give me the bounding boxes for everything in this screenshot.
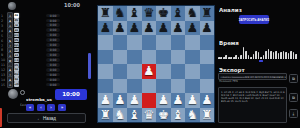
square-f3[interactable] (171, 79, 186, 94)
square-d1[interactable]: ♛ (142, 108, 157, 123)
piece-black-pawn: ♟ (114, 22, 125, 35)
nav-prev-button[interactable]: ‹ (37, 104, 45, 111)
piece-white-bishop: ♝ (129, 109, 140, 122)
piece-black-pawn: ♟ (143, 22, 154, 35)
square-c3[interactable] (127, 79, 142, 94)
move-list-scrollbar-thumb[interactable] (88, 53, 91, 79)
square-a6[interactable] (98, 35, 113, 50)
piece-white-rook: ♜ (100, 109, 111, 122)
time-bar (273, 52, 275, 59)
square-h6[interactable] (200, 35, 215, 50)
time-bar (228, 57, 230, 59)
time-bar (275, 51, 277, 59)
time-bar (240, 55, 242, 58)
square-g2[interactable]: ♟ (185, 93, 200, 108)
time-bar (255, 51, 257, 59)
prev-icon: ‹ (37, 104, 45, 111)
time-bar (295, 54, 297, 58)
square-e1[interactable]: ♚ (156, 108, 171, 123)
time-bar (270, 51, 272, 59)
time-bar (290, 51, 292, 59)
square-d3[interactable] (142, 79, 157, 94)
square-f8[interactable]: ♝ (171, 6, 186, 21)
piece-black-pawn: ♟ (172, 22, 183, 35)
piece-black-king: ♚ (158, 7, 169, 20)
opponent-avatar (8, 2, 16, 10)
square-c7[interactable]: ♟ (127, 21, 142, 36)
move-time-badge: 0:00 (46, 19, 60, 23)
next-icon: › (47, 104, 55, 111)
time-chart[interactable] (218, 44, 299, 62)
time-bar (293, 52, 295, 59)
square-f1[interactable]: ♝ (171, 108, 186, 123)
square-g3[interactable] (185, 79, 200, 94)
player-username[interactable]: stremba_us (26, 89, 58, 94)
pgn-copy-button[interactable]: ⧉ (289, 93, 298, 102)
time-section-title: Время (219, 35, 259, 41)
piece-black-pawn: ♟ (201, 22, 212, 35)
copy-icon: ⧉ (290, 75, 297, 82)
square-g8[interactable]: ♞ (185, 6, 200, 21)
move-list[interactable]: 1♙d40:002♟d50:003♙c40:004♟e60:005♘Nc30:0… (1, 13, 63, 87)
piece-black-pawn: ♟ (158, 22, 169, 35)
piece-white-pawn: ♟ (129, 94, 140, 107)
square-f5[interactable] (171, 50, 186, 65)
piece-white-queen: ♛ (143, 109, 154, 122)
piece-white-bishop: ♝ (172, 109, 183, 122)
time-bar (238, 57, 240, 59)
chess-board[interactable]: ♜♞♝♛♚♝♞♜♟♟♟♟♟♟♟♟♟♟♟♟♟♟♟♟♜♞♝♛♚♝♞♜ (97, 5, 215, 123)
time-bar (248, 55, 250, 58)
square-c2[interactable]: ♟ (127, 93, 142, 108)
fen-input[interactable]: rnbqkbnr/pppppppp/8/8/3P4/8/PPP1PPPP/RNB… (218, 73, 287, 80)
time-bar (265, 51, 267, 59)
square-e7[interactable]: ♟ (156, 21, 171, 36)
time-bar (225, 55, 227, 58)
move-time-badge: 0:00 (46, 28, 60, 32)
piece-black-knight: ♞ (114, 7, 125, 20)
time-bar (218, 57, 220, 59)
square-c4[interactable] (127, 64, 142, 79)
square-h7[interactable]: ♟ (200, 21, 215, 36)
square-e4[interactable] (156, 64, 171, 79)
move-time-badge: 0:00 (46, 68, 60, 72)
square-b6[interactable] (113, 35, 128, 50)
square-c1[interactable]: ♝ (127, 108, 142, 123)
move-time-badge: 0:00 (46, 33, 60, 37)
square-g7[interactable]: ♟ (185, 21, 200, 36)
move-chip[interactable]: cxd5 (14, 82, 18, 86)
pgn-textarea[interactable]: 1. d4 d5 2. c4 e6 3. Nc3 Nf6 4. Bg5 Be7 … (218, 87, 287, 123)
time-bar (220, 57, 222, 59)
square-h1[interactable]: ♜ (200, 108, 215, 123)
square-d6[interactable] (142, 35, 157, 50)
square-h2[interactable]: ♟ (200, 93, 215, 108)
back-arrow-icon: ← (37, 116, 42, 121)
square-a4[interactable] (98, 64, 113, 79)
piece-white-king: ♚ (158, 109, 169, 122)
nav-last-button[interactable]: » (58, 104, 66, 111)
time-bar (223, 57, 225, 59)
square-b1[interactable]: ♞ (113, 108, 128, 123)
square-h4[interactable] (200, 64, 215, 79)
piece-white-pawn: ♟ (100, 94, 111, 107)
download-icon: ⤓ (290, 110, 297, 117)
player-clock-badge: 10:00 (55, 89, 87, 100)
time-bar (263, 55, 265, 58)
square-e3[interactable] (156, 79, 171, 94)
square-c5[interactable] (127, 50, 142, 65)
square-d7[interactable]: ♟ (142, 21, 157, 36)
square-a7[interactable]: ♟ (98, 21, 113, 36)
time-bar (283, 51, 285, 59)
piece-black-rook: ♜ (201, 7, 212, 20)
square-c8[interactable]: ♝ (127, 6, 142, 21)
square-e6[interactable] (156, 35, 171, 50)
square-b3[interactable] (113, 79, 128, 94)
square-c6[interactable] (127, 35, 142, 50)
fen-copy-button[interactable]: ⧉ (289, 74, 298, 83)
square-d4[interactable]: ♟ (142, 64, 157, 79)
move-number: 15 (1, 82, 6, 87)
square-h3[interactable] (200, 79, 215, 94)
square-f7[interactable]: ♟ (171, 21, 186, 36)
move-time-badge: 0:00 (46, 58, 60, 62)
move-time-badge: 0:00 (46, 23, 60, 27)
piece-white-pawn: ♟ (114, 94, 125, 107)
square-a5[interactable] (98, 50, 113, 65)
square-a2[interactable]: ♟ (98, 93, 113, 108)
square-b7[interactable]: ♟ (113, 21, 128, 36)
square-b5[interactable] (113, 50, 128, 65)
square-g6[interactable] (185, 35, 200, 50)
square-d2[interactable] (142, 93, 157, 108)
square-d8[interactable]: ♛ (142, 6, 157, 21)
piece-black-pawn: ♟ (187, 22, 198, 35)
move-row[interactable]: 15♙cxd50:00 (1, 82, 63, 87)
time-bar (278, 53, 280, 59)
move-time-badge: 0:00 (46, 78, 60, 82)
move-time-badge: 0:00 (46, 83, 60, 87)
time-bar (260, 57, 262, 59)
square-g5[interactable] (185, 50, 200, 65)
square-f4[interactable] (171, 64, 186, 79)
move-time-badge: 0:00 (46, 73, 60, 77)
last-icon: » (58, 104, 66, 111)
piece-black-pawn: ♟ (100, 22, 111, 35)
square-e2[interactable]: ♟ (156, 93, 171, 108)
time-bar (253, 54, 255, 58)
piece-white-pawn: ♟ (158, 94, 169, 107)
piece-white-knight: ♞ (187, 109, 198, 122)
square-e8[interactable]: ♚ (156, 6, 171, 21)
move-nav-buttons: «‹›» (26, 104, 72, 111)
back-button-label: Назад (43, 116, 56, 121)
move-time-badge: 0:00 (46, 48, 60, 52)
player-avatar (8, 89, 18, 99)
time-bar (268, 49, 270, 58)
back-button[interactable]: ← Назад (7, 113, 86, 123)
square-f2[interactable]: ♟ (171, 93, 186, 108)
nav-first-button[interactable]: « (26, 104, 34, 111)
piece-black-pawn: ♟ (129, 22, 140, 35)
move-time-badge: 0:00 (46, 14, 60, 18)
time-bar (233, 57, 235, 59)
square-d5[interactable] (142, 50, 157, 65)
square-g4[interactable] (185, 64, 200, 79)
piece-white-knight: ♞ (114, 109, 125, 122)
time-bar (280, 52, 282, 59)
analysis-title: Анализ (219, 2, 265, 8)
export-section-title: Экспорт (219, 62, 270, 68)
piece-black-knight: ♞ (187, 7, 198, 20)
time-bar (285, 52, 287, 59)
square-h8[interactable]: ♜ (200, 6, 215, 21)
nav-next-button[interactable]: › (47, 104, 55, 111)
time-bar (250, 57, 252, 59)
first-icon: « (26, 104, 34, 111)
pgn-download-button[interactable]: ⤓ (289, 109, 298, 118)
square-b2[interactable]: ♟ (113, 93, 128, 108)
piece-black-bishop: ♝ (129, 7, 140, 20)
copy-icon: ⧉ (290, 94, 297, 101)
piece-white-pawn: ♟ (143, 65, 154, 78)
player-subtitle: Белые (20, 94, 50, 98)
move-time-badge: 0:00 (46, 43, 60, 47)
move-time-badge: 0:00 (46, 63, 60, 67)
app-root: 10:00 1♙d40:002♟d50:003♙c40:004♟e60:005♘… (0, 0, 300, 128)
time-chart-bars (218, 44, 299, 59)
piece-white-pawn: ♟ (187, 94, 198, 107)
piece-white-rook: ♜ (201, 109, 212, 122)
opponent-clock: 10:00 (58, 1, 86, 9)
square-g1[interactable]: ♞ (185, 108, 200, 123)
move-time-badge: 0:00 (46, 38, 60, 42)
piece-black-rook: ♜ (100, 7, 111, 20)
square-b4[interactable] (113, 64, 128, 79)
square-h5[interactable] (200, 50, 215, 65)
square-b8[interactable]: ♞ (113, 6, 128, 21)
square-a3[interactable] (98, 79, 113, 94)
square-a8[interactable]: ♜ (98, 6, 113, 21)
time-bar (245, 51, 247, 59)
piece-white-pawn: ♟ (172, 94, 183, 107)
time-bar (235, 55, 237, 58)
time-bar (243, 47, 245, 59)
time-bar (288, 53, 290, 59)
request-analysis-button[interactable]: ЗАПРОСИТЬ АНАЛИЗ (239, 15, 269, 24)
time-bar (230, 57, 232, 59)
square-f6[interactable] (171, 35, 186, 50)
piece-black-queen: ♛ (143, 7, 154, 20)
time-bar (258, 52, 260, 59)
square-e5[interactable] (156, 50, 171, 65)
square-a1[interactable]: ♜ (98, 108, 113, 123)
piece-black-bishop: ♝ (172, 7, 183, 20)
piece-white-pawn: ♟ (201, 94, 212, 107)
left-accent-bar (0, 108, 2, 127)
move-time-badge: 0:00 (46, 53, 60, 57)
